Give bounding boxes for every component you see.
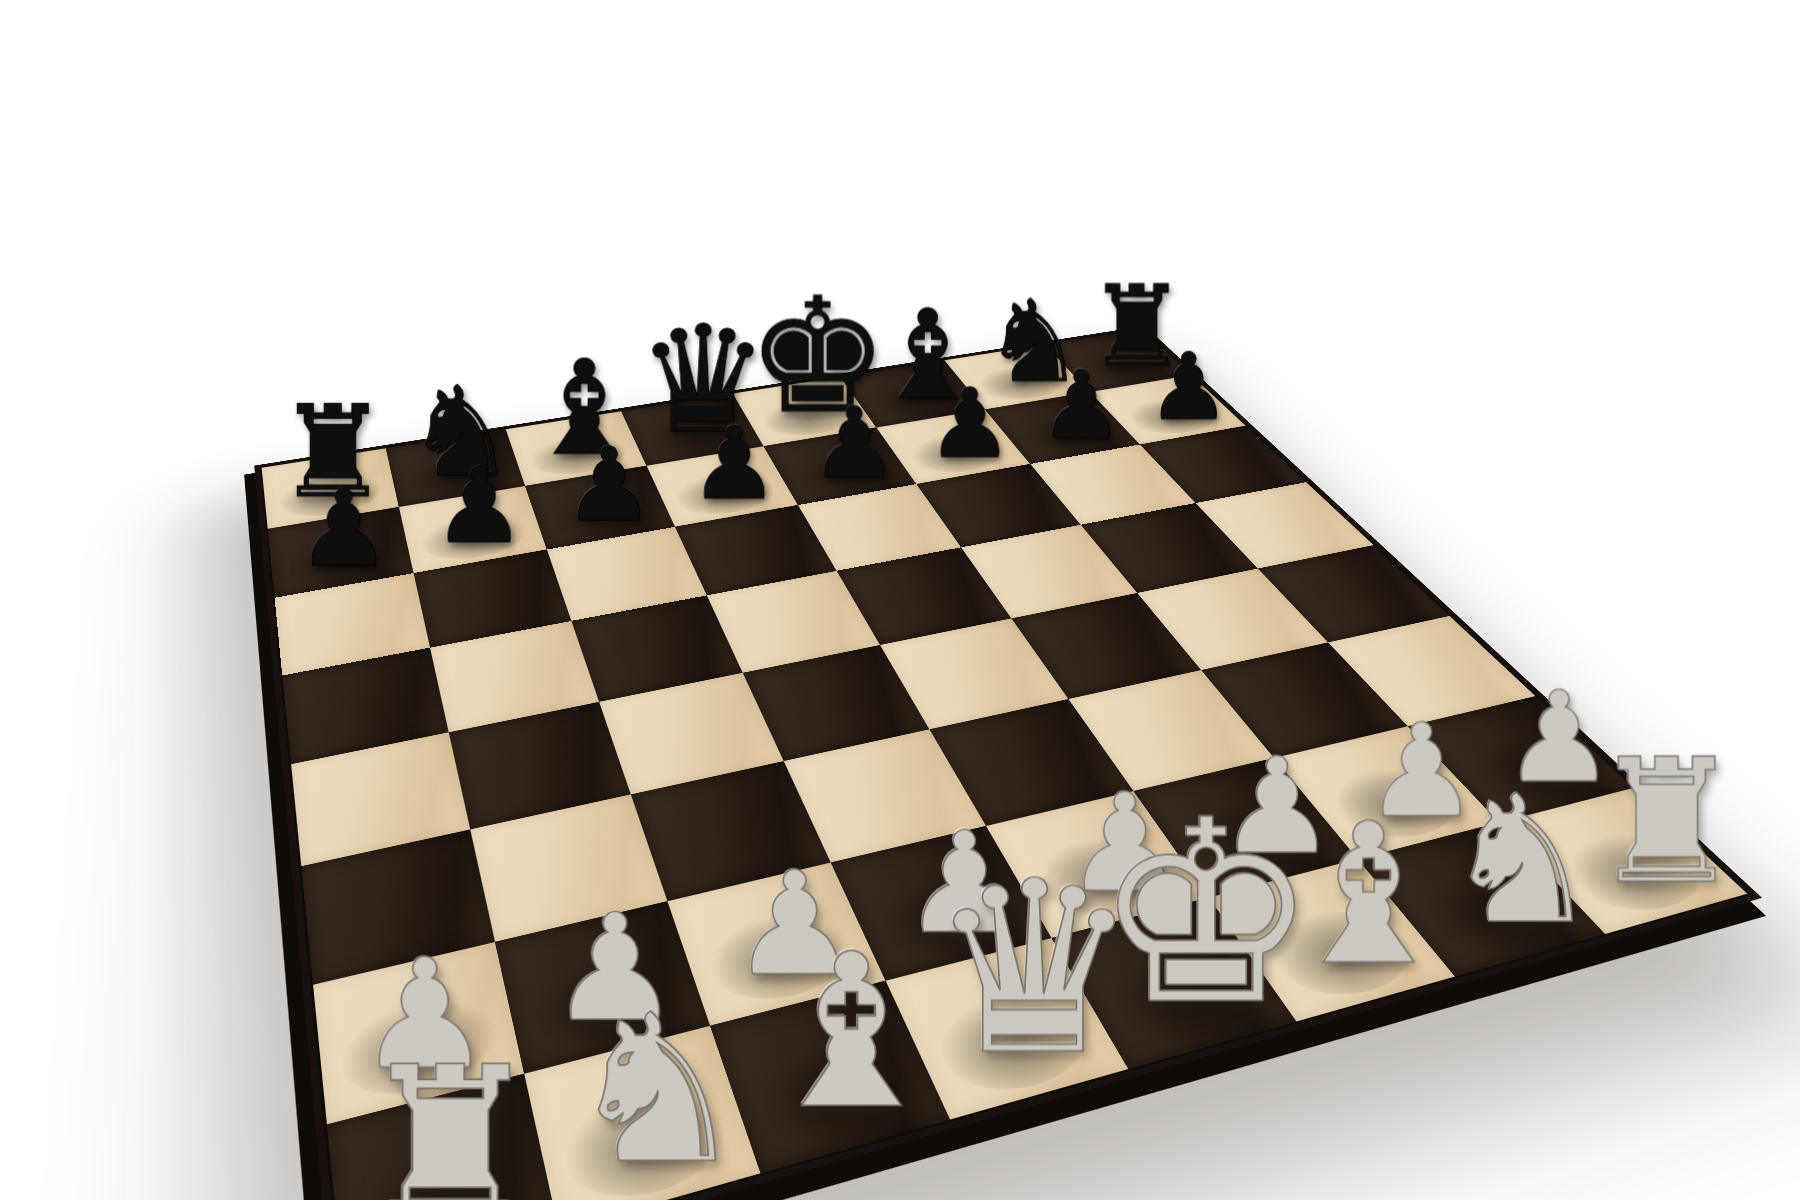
piece-contact-shadow xyxy=(744,1027,928,1158)
piece-contact-shadow xyxy=(1091,939,1274,1056)
piece-contact-shadow xyxy=(1545,824,1726,923)
piece-contact-shadow xyxy=(1171,792,1338,887)
piece-contact-shadow xyxy=(554,1075,738,1200)
piece-contact-shadow xyxy=(1313,759,1479,849)
chess-board: ♜♞♝♛♚♝♞♜♟♟♟♟♟♟♟♟♟♟♟♟♟♟♟♟♜♞♝♛♚♝♞♜ xyxy=(262,329,1748,1200)
board-perspective-wrap: ♜♞♝♛♚♝♞♜♟♟♟♟♟♟♟♟♟♟♟♟♟♟♟♟♜♞♝♛♚♝♞♜ xyxy=(254,326,1762,1200)
board-edge: ♜♞♝♛♚♝♞♜♟♟♟♟♟♟♟♟♟♟♟♟♟♟♟♟♜♞♝♛♚♝♞♜ xyxy=(254,326,1762,1200)
product-photo-scene: ♜♞♝♛♚♝♞♜♟♟♟♟♟♟♟♟♟♟♟♟♟♟♟♟♜♞♝♛♚♝♞♜ xyxy=(0,0,1800,1200)
piece-contact-shadow xyxy=(417,508,533,567)
piece-contact-shadow xyxy=(1021,827,1188,927)
square-h2: ♟ xyxy=(1408,696,1634,822)
piece-contact-shadow xyxy=(922,982,1106,1105)
piece-contact-shadow xyxy=(353,1126,536,1200)
piece-contact-shadow xyxy=(900,428,1016,478)
piece-contact-shadow xyxy=(1251,899,1434,1009)
